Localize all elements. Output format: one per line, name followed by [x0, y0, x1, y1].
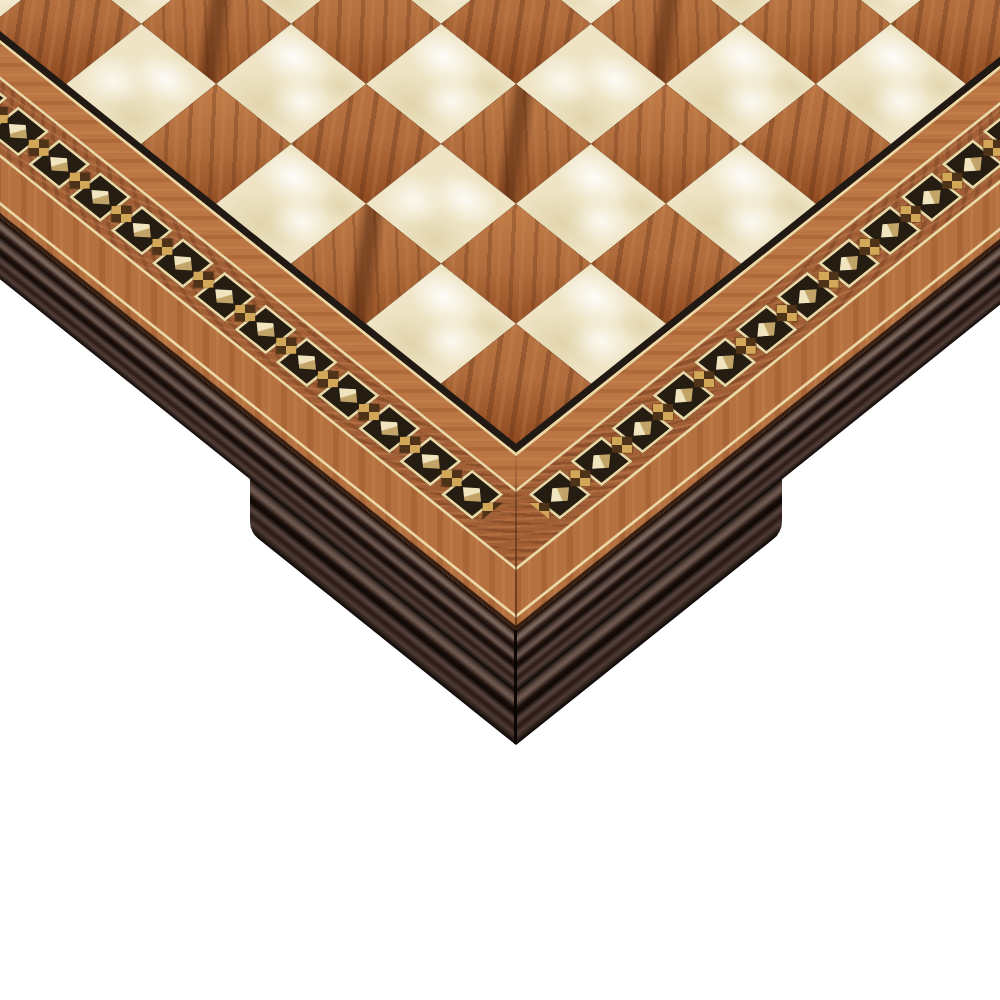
inlay-checker-accent	[111, 206, 131, 222]
inlay-checker-accent	[359, 404, 379, 420]
product-photo-scene	[0, 0, 1000, 1000]
inlay-checker-accent	[152, 239, 172, 255]
inlay-checker-accent	[441, 470, 461, 486]
inlay-checker-accent	[736, 338, 756, 354]
inlay-checker-accent	[777, 305, 797, 321]
inlay-checker-accent	[901, 206, 921, 222]
inlay-checker-accent	[400, 437, 420, 453]
inlay-checker-accent	[818, 272, 838, 288]
inlay-checker-accent	[276, 338, 296, 354]
inlay-checker-accent	[571, 470, 591, 486]
inlay-checker-accent	[194, 272, 214, 288]
inlay-checker-accent	[235, 305, 255, 321]
inlay-checker-accent	[653, 404, 673, 420]
inlay-checker-accent	[29, 140, 49, 156]
inlay-checker-accent	[860, 239, 880, 255]
chess-board	[0, 0, 1000, 630]
inlay-checker-accent	[0, 107, 7, 123]
border-mitre-seam	[515, 447, 517, 630]
inlay-checker-accent	[942, 173, 962, 189]
molding-corner-seam	[514, 630, 517, 744]
inlay-checker-accent	[70, 173, 90, 189]
inlay-checker-accent	[694, 371, 714, 387]
inlay-checker-accent	[983, 140, 1000, 156]
inlay-checker-accent	[612, 437, 632, 453]
inlay-checker-accent	[318, 371, 338, 387]
